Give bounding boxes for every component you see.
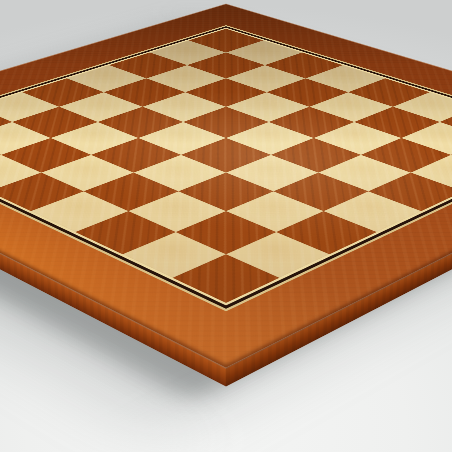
square-e3 bbox=[91, 138, 181, 173]
square-c4 bbox=[226, 155, 318, 191]
square-d4 bbox=[181, 138, 271, 173]
square-f2 bbox=[1, 138, 91, 173]
square-a1 bbox=[173, 254, 280, 303]
square-a5 bbox=[368, 173, 452, 212]
square-d3 bbox=[134, 155, 226, 191]
square-a2 bbox=[226, 232, 329, 278]
square-d1 bbox=[31, 191, 129, 232]
square-c5 bbox=[271, 138, 361, 173]
square-c1 bbox=[75, 211, 175, 254]
square-a3 bbox=[276, 211, 376, 254]
board-playing-area bbox=[0, 29, 452, 303]
square-a6 bbox=[411, 155, 452, 191]
square-b2 bbox=[176, 211, 276, 254]
chess-board bbox=[0, 4, 452, 368]
square-g1 bbox=[0, 138, 1, 173]
square-d2 bbox=[84, 173, 179, 212]
square-b6 bbox=[361, 138, 451, 173]
square-b4 bbox=[273, 173, 368, 212]
studio-background bbox=[0, 0, 452, 452]
square-c2 bbox=[128, 191, 226, 232]
square-b5 bbox=[318, 155, 410, 191]
square-b1 bbox=[123, 232, 226, 278]
square-b3 bbox=[226, 191, 324, 232]
square-e2 bbox=[41, 155, 133, 191]
square-c3 bbox=[179, 173, 274, 212]
square-f1 bbox=[0, 155, 41, 191]
square-e1 bbox=[0, 173, 84, 212]
square-a4 bbox=[324, 191, 422, 232]
